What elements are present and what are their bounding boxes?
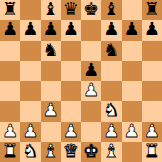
piece-white-rook[interactable]: ♜ <box>2 142 18 160</box>
square-h8[interactable]: ♜ <box>142 0 162 20</box>
square-d3[interactable] <box>61 101 81 121</box>
square-f4[interactable] <box>101 81 121 101</box>
piece-white-bishop[interactable]: ♝ <box>43 142 59 160</box>
square-d5[interactable] <box>61 61 81 81</box>
square-e8[interactable]: ♚ <box>81 0 101 20</box>
square-a5[interactable] <box>0 61 20 81</box>
square-c4[interactable] <box>41 81 61 101</box>
piece-black-king[interactable]: ♚ <box>83 0 99 18</box>
piece-black-pawn[interactable]: ♟ <box>103 20 119 38</box>
piece-black-pawn[interactable]: ♟ <box>124 20 140 38</box>
square-b5[interactable] <box>20 61 40 81</box>
piece-white-pawn[interactable]: ♟ <box>2 122 18 140</box>
square-g5[interactable] <box>122 61 142 81</box>
square-a1[interactable]: ♜ <box>0 142 20 162</box>
square-g2[interactable]: ♟ <box>122 122 142 142</box>
square-b3[interactable] <box>20 101 40 121</box>
square-b8[interactable] <box>20 0 40 20</box>
square-c1[interactable]: ♝ <box>41 142 61 162</box>
square-h7[interactable]: ♟ <box>142 20 162 40</box>
square-f1[interactable]: ♝ <box>101 142 121 162</box>
piece-black-knight[interactable]: ♞ <box>103 41 119 59</box>
square-g8[interactable] <box>122 0 142 20</box>
piece-white-queen[interactable]: ♛ <box>63 142 79 160</box>
square-b2[interactable]: ♟ <box>20 122 40 142</box>
piece-black-knight[interactable]: ♞ <box>43 41 59 59</box>
square-b7[interactable]: ♟ <box>20 20 40 40</box>
piece-white-king[interactable]: ♚ <box>83 142 99 160</box>
piece-black-rook[interactable]: ♜ <box>144 0 160 18</box>
square-e3[interactable] <box>81 101 101 121</box>
square-b1[interactable]: ♞ <box>20 142 40 162</box>
square-e5[interactable]: ♟ <box>81 61 101 81</box>
piece-white-pawn[interactable]: ♟ <box>43 101 59 119</box>
square-d7[interactable]: ♟ <box>61 20 81 40</box>
piece-black-pawn[interactable]: ♟ <box>22 20 38 38</box>
square-a6[interactable] <box>0 41 20 61</box>
square-c6[interactable]: ♞ <box>41 41 61 61</box>
square-g3[interactable] <box>122 101 142 121</box>
square-d6[interactable] <box>61 41 81 61</box>
piece-black-queen[interactable]: ♛ <box>63 0 79 18</box>
piece-white-knight[interactable]: ♞ <box>103 101 119 119</box>
piece-white-pawn[interactable]: ♟ <box>144 122 160 140</box>
square-c5[interactable] <box>41 61 61 81</box>
piece-black-pawn[interactable]: ♟ <box>144 20 160 38</box>
square-d2[interactable]: ♟ <box>61 122 81 142</box>
piece-black-bishop[interactable]: ♝ <box>43 0 59 18</box>
piece-white-pawn[interactable]: ♟ <box>83 81 99 99</box>
square-c3[interactable]: ♟ <box>41 101 61 121</box>
square-h3[interactable] <box>142 101 162 121</box>
piece-white-knight[interactable]: ♞ <box>22 142 38 160</box>
square-a8[interactable]: ♜ <box>0 0 20 20</box>
square-g6[interactable] <box>122 41 142 61</box>
chess-board: ♜♝♛♚♝♜♟♟♟♟♟♟♟♞♞♟♟♟♞♟♟♟♟♟♟♜♞♝♛♚♝♜ <box>0 0 162 162</box>
square-g4[interactable] <box>122 81 142 101</box>
square-a4[interactable] <box>0 81 20 101</box>
piece-black-pawn[interactable]: ♟ <box>2 20 18 38</box>
square-h1[interactable]: ♜ <box>142 142 162 162</box>
square-f8[interactable]: ♝ <box>101 0 121 20</box>
square-h5[interactable] <box>142 61 162 81</box>
piece-white-pawn[interactable]: ♟ <box>124 122 140 140</box>
square-e7[interactable] <box>81 20 101 40</box>
square-c2[interactable] <box>41 122 61 142</box>
square-e6[interactable] <box>81 41 101 61</box>
piece-white-pawn[interactable]: ♟ <box>103 122 119 140</box>
square-g7[interactable]: ♟ <box>122 20 142 40</box>
square-f5[interactable] <box>101 61 121 81</box>
square-a2[interactable]: ♟ <box>0 122 20 142</box>
piece-white-rook[interactable]: ♜ <box>144 142 160 160</box>
square-a7[interactable]: ♟ <box>0 20 20 40</box>
square-d4[interactable] <box>61 81 81 101</box>
square-a3[interactable] <box>0 101 20 121</box>
square-b4[interactable] <box>20 81 40 101</box>
square-h2[interactable]: ♟ <box>142 122 162 142</box>
piece-white-pawn[interactable]: ♟ <box>22 122 38 140</box>
square-e2[interactable] <box>81 122 101 142</box>
square-g1[interactable] <box>122 142 142 162</box>
piece-black-rook[interactable]: ♜ <box>2 0 18 18</box>
piece-white-bishop[interactable]: ♝ <box>103 142 119 160</box>
square-f3[interactable]: ♞ <box>101 101 121 121</box>
square-f2[interactable]: ♟ <box>101 122 121 142</box>
square-c7[interactable]: ♟ <box>41 20 61 40</box>
piece-black-pawn[interactable]: ♟ <box>83 61 99 79</box>
square-b6[interactable] <box>20 41 40 61</box>
piece-black-bishop[interactable]: ♝ <box>103 0 119 18</box>
piece-white-pawn[interactable]: ♟ <box>63 122 79 140</box>
square-h6[interactable] <box>142 41 162 61</box>
square-h4[interactable] <box>142 81 162 101</box>
square-e1[interactable]: ♚ <box>81 142 101 162</box>
piece-black-pawn[interactable]: ♟ <box>43 20 59 38</box>
square-d1[interactable]: ♛ <box>61 142 81 162</box>
piece-black-pawn[interactable]: ♟ <box>63 20 79 38</box>
square-d8[interactable]: ♛ <box>61 0 81 20</box>
square-f6[interactable]: ♞ <box>101 41 121 61</box>
square-e4[interactable]: ♟ <box>81 81 101 101</box>
square-c8[interactable]: ♝ <box>41 0 61 20</box>
square-f7[interactable]: ♟ <box>101 20 121 40</box>
